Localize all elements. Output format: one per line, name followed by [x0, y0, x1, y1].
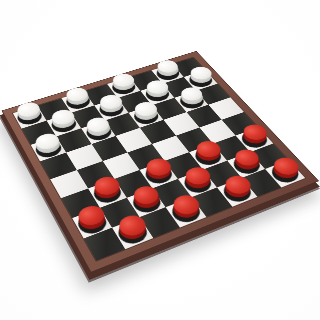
board-grid	[12, 57, 306, 262]
checkers-board	[1, 51, 319, 273]
photo-scene	[0, 0, 320, 320]
board-frame	[1, 51, 319, 273]
checker-red[interactable]	[220, 181, 253, 205]
checker-white[interactable]	[34, 138, 63, 159]
square-r3c1[interactable]	[31, 136, 66, 161]
checker-red[interactable]	[130, 190, 163, 214]
checker-red[interactable]	[116, 220, 150, 246]
checker-red[interactable]	[181, 172, 213, 195]
square-r8c6[interactable]	[217, 178, 257, 207]
